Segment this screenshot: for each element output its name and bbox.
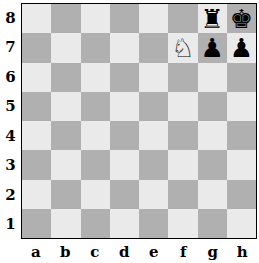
- square-b3[interactable]: [51, 150, 80, 179]
- square-f2[interactable]: [168, 180, 197, 209]
- square-b4[interactable]: [51, 121, 80, 150]
- square-g1[interactable]: [198, 209, 227, 238]
- square-a6[interactable]: [22, 63, 51, 92]
- rank-label-6: 6: [0, 62, 21, 92]
- square-e8[interactable]: [139, 4, 168, 33]
- square-c3[interactable]: [81, 150, 110, 179]
- black-pawn[interactable]: ♟: [230, 35, 253, 61]
- square-a7[interactable]: [22, 33, 51, 62]
- square-f8[interactable]: [168, 4, 197, 33]
- square-e7[interactable]: [139, 33, 168, 62]
- file-label-d: d: [110, 240, 140, 263]
- square-b7[interactable]: [51, 33, 80, 62]
- rank-label-8: 8: [0, 3, 21, 33]
- square-d8[interactable]: [110, 4, 139, 33]
- chess-board: ♜♚♘♟♟: [21, 3, 257, 239]
- file-label-g: g: [198, 240, 228, 263]
- square-e3[interactable]: [139, 150, 168, 179]
- square-h3[interactable]: [227, 150, 256, 179]
- square-g4[interactable]: [198, 121, 227, 150]
- square-e2[interactable]: [139, 180, 168, 209]
- file-label-h: h: [228, 240, 258, 263]
- square-g7[interactable]: ♟: [198, 33, 227, 62]
- square-c7[interactable]: [81, 33, 110, 62]
- square-h6[interactable]: [227, 63, 256, 92]
- rank-label-2: 2: [0, 180, 21, 210]
- square-h5[interactable]: [227, 92, 256, 121]
- square-c1[interactable]: [81, 209, 110, 238]
- square-f5[interactable]: [168, 92, 197, 121]
- square-a1[interactable]: [22, 209, 51, 238]
- square-c4[interactable]: [81, 121, 110, 150]
- file-label-a: a: [21, 240, 51, 263]
- square-h8[interactable]: ♚: [227, 4, 256, 33]
- square-f1[interactable]: [168, 209, 197, 238]
- square-c5[interactable]: [81, 92, 110, 121]
- square-b6[interactable]: [51, 63, 80, 92]
- square-a3[interactable]: [22, 150, 51, 179]
- square-a5[interactable]: [22, 92, 51, 121]
- square-h2[interactable]: [227, 180, 256, 209]
- square-g6[interactable]: [198, 63, 227, 92]
- white-knight[interactable]: ♘: [171, 35, 194, 61]
- square-c8[interactable]: [81, 4, 110, 33]
- square-g2[interactable]: [198, 180, 227, 209]
- file-label-e: e: [139, 240, 169, 263]
- square-b2[interactable]: [51, 180, 80, 209]
- rank-labels: 87654321: [0, 3, 21, 239]
- rank-label-3: 3: [0, 151, 21, 181]
- square-b1[interactable]: [51, 209, 80, 238]
- square-d5[interactable]: [110, 92, 139, 121]
- square-g8[interactable]: ♜: [198, 4, 227, 33]
- file-label-c: c: [80, 240, 110, 263]
- rank-label-5: 5: [0, 92, 21, 122]
- square-a4[interactable]: [22, 121, 51, 150]
- square-f6[interactable]: [168, 63, 197, 92]
- square-g5[interactable]: [198, 92, 227, 121]
- square-e1[interactable]: [139, 209, 168, 238]
- square-e5[interactable]: [139, 92, 168, 121]
- rank-label-1: 1: [0, 210, 21, 240]
- file-labels: abcdefgh: [21, 240, 257, 263]
- square-f4[interactable]: [168, 121, 197, 150]
- square-d7[interactable]: [110, 33, 139, 62]
- square-d2[interactable]: [110, 180, 139, 209]
- chess-diagram: 87654321 ♜♚♘♟♟ abcdefgh: [0, 0, 259, 263]
- square-e4[interactable]: [139, 121, 168, 150]
- square-h1[interactable]: [227, 209, 256, 238]
- rank-label-4: 4: [0, 121, 21, 151]
- square-f3[interactable]: [168, 150, 197, 179]
- square-a2[interactable]: [22, 180, 51, 209]
- square-d4[interactable]: [110, 121, 139, 150]
- black-rook[interactable]: ♜: [200, 6, 223, 32]
- black-pawn[interactable]: ♟: [200, 35, 223, 61]
- file-label-f: f: [169, 240, 199, 263]
- square-f7[interactable]: ♘: [168, 33, 197, 62]
- rank-label-7: 7: [0, 33, 21, 63]
- square-h4[interactable]: [227, 121, 256, 150]
- square-h7[interactable]: ♟: [227, 33, 256, 62]
- black-king[interactable]: ♚: [230, 6, 253, 32]
- square-c6[interactable]: [81, 63, 110, 92]
- square-a8[interactable]: [22, 4, 51, 33]
- square-d6[interactable]: [110, 63, 139, 92]
- file-label-b: b: [51, 240, 81, 263]
- square-d1[interactable]: [110, 209, 139, 238]
- square-b5[interactable]: [51, 92, 80, 121]
- square-c2[interactable]: [81, 180, 110, 209]
- square-b8[interactable]: [51, 4, 80, 33]
- square-d3[interactable]: [110, 150, 139, 179]
- square-g3[interactable]: [198, 150, 227, 179]
- square-e6[interactable]: [139, 63, 168, 92]
